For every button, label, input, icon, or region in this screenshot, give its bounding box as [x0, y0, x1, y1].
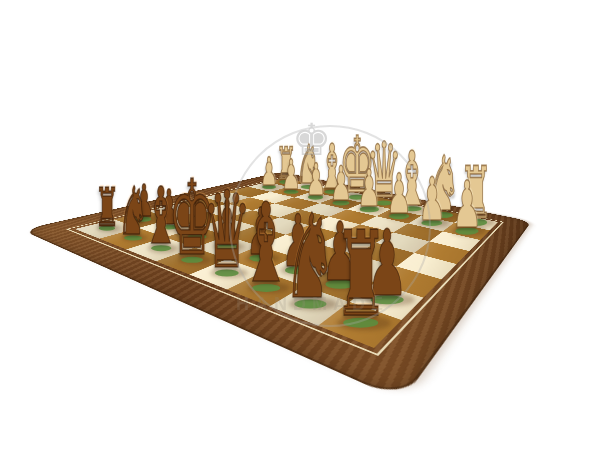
chess-board: [21, 172, 531, 401]
board-grid: [75, 178, 498, 348]
watermark-logo-piece: ♚: [292, 118, 331, 162]
chess-set-product-photo: ♜♞♝♚♛♝♞♜♟♟♟♟♟♟♟♟♟♟♟♟♟♟♟♟♜♞♝♚♛♝♞♜ ♚ HANDM…: [0, 0, 600, 450]
